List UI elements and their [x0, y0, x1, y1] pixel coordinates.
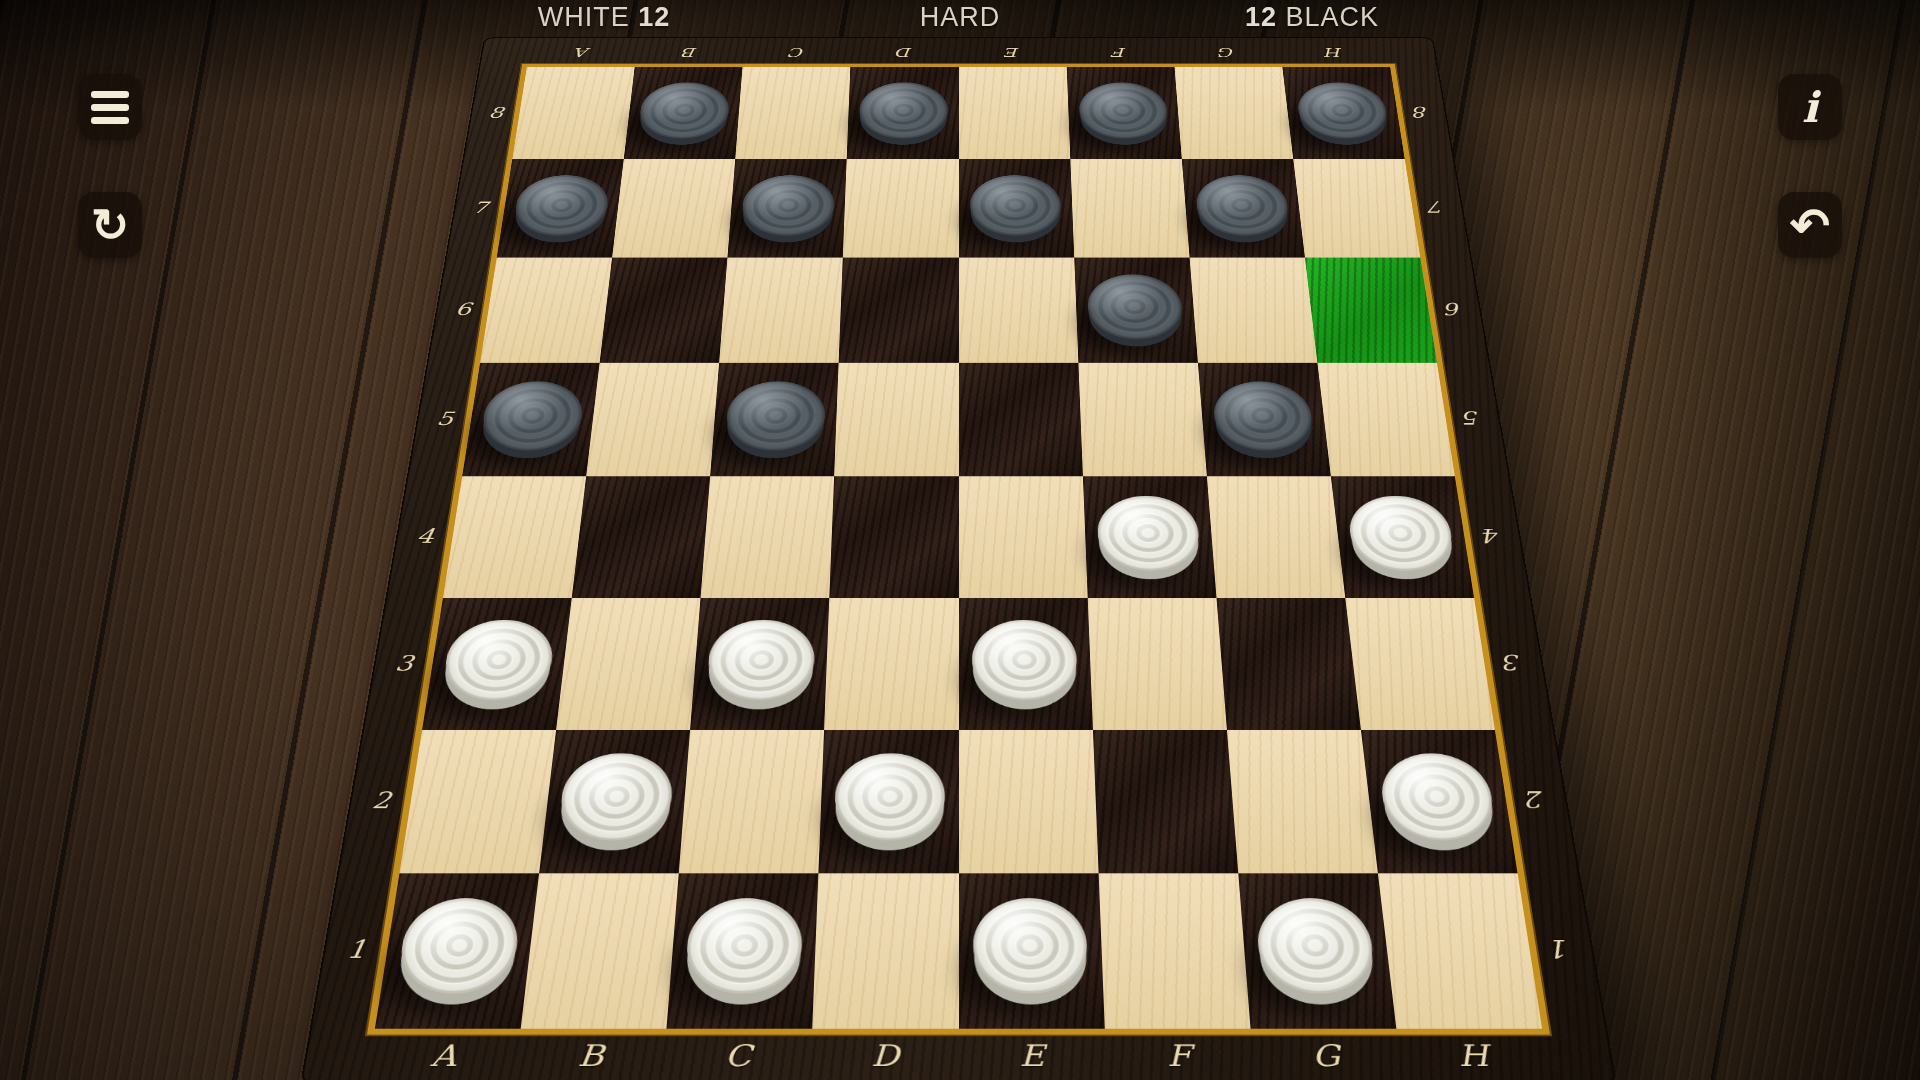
coord-label-E: E [959, 1029, 1107, 1080]
board-shadow: ABCDEFGH ABCDEFGH 87654321 87654321 [0, 0, 1920, 1080]
piece-white-A3[interactable] [440, 620, 556, 701]
piece-black-F8[interactable] [1078, 82, 1169, 138]
square-D5[interactable] [834, 363, 958, 476]
black-label: BLACK [1286, 2, 1380, 32]
piece-white-C1[interactable] [684, 898, 804, 993]
piece-black-G7[interactable] [1194, 175, 1291, 235]
coord-label-A: A [366, 1029, 521, 1080]
restart-button[interactable]: ↻ [78, 192, 142, 258]
info-button[interactable]: i [1778, 74, 1842, 140]
checkers-board: ABCDEFGH ABCDEFGH 87654321 87654321 [300, 37, 1617, 1080]
piece-white-C3[interactable] [706, 620, 816, 701]
square-G7[interactable] [1182, 159, 1305, 257]
file-labels-bottom: ABCDEFGH [366, 1029, 1550, 1080]
square-F4[interactable] [1083, 476, 1217, 598]
difficulty-label: HARD [920, 2, 1001, 33]
square-D4[interactable] [830, 476, 959, 598]
square-G6[interactable] [1189, 257, 1317, 362]
square-H2[interactable] [1361, 730, 1518, 873]
square-H6[interactable] [1305, 257, 1437, 362]
square-B7[interactable] [612, 159, 735, 257]
coord-label-C: C [743, 38, 852, 67]
file-labels-top: ABCDEFGH [527, 38, 1390, 67]
square-A8[interactable] [512, 67, 634, 159]
square-D6[interactable] [839, 257, 959, 362]
square-H1[interactable] [1378, 873, 1542, 1029]
piece-black-C5[interactable] [725, 381, 826, 450]
piece-black-E7[interactable] [970, 175, 1062, 235]
square-E4[interactable] [959, 476, 1088, 598]
piece-white-E1[interactable] [973, 898, 1089, 993]
restart-icon: ↻ [91, 198, 130, 252]
piece-white-D2[interactable] [834, 753, 945, 840]
square-B1[interactable] [521, 873, 679, 1029]
square-A4[interactable] [443, 476, 586, 598]
square-G2[interactable] [1227, 730, 1378, 873]
white-label: WHITE [538, 2, 630, 32]
piece-black-F6[interactable] [1086, 275, 1184, 339]
square-A6[interactable] [480, 257, 612, 362]
piece-white-B2[interactable] [557, 753, 675, 840]
coord-label-C: C [662, 1029, 812, 1080]
square-D1[interactable] [813, 873, 959, 1029]
square-G8[interactable] [1174, 67, 1293, 159]
coord-label-H: H [1396, 1029, 1551, 1080]
square-G5[interactable] [1198, 363, 1331, 476]
undo-icon: ↶ [1790, 197, 1830, 253]
square-C5[interactable] [710, 363, 839, 476]
square-F7[interactable] [1070, 159, 1189, 257]
piece-white-E3[interactable] [971, 620, 1078, 701]
black-count: 12 [1245, 2, 1277, 32]
square-C3[interactable] [690, 598, 829, 730]
square-H3[interactable] [1345, 598, 1495, 730]
piece-white-G1[interactable] [1254, 898, 1378, 993]
square-E6[interactable] [959, 257, 1079, 362]
square-C7[interactable] [728, 159, 847, 257]
square-D8[interactable] [847, 67, 959, 159]
square-F8[interactable] [1066, 67, 1181, 159]
piece-white-F4[interactable] [1096, 496, 1201, 571]
square-B2[interactable] [539, 730, 690, 873]
piece-white-A1[interactable] [395, 898, 522, 993]
square-D2[interactable] [819, 730, 959, 873]
square-B8[interactable] [624, 67, 743, 159]
coord-label-G: G [1250, 1029, 1402, 1080]
info-icon: i [1802, 83, 1818, 132]
square-A1[interactable] [375, 873, 539, 1029]
square-C2[interactable] [679, 730, 824, 873]
piece-black-B8[interactable] [637, 82, 730, 138]
coord-label-D: D [810, 1029, 958, 1080]
square-B3[interactable] [556, 598, 701, 730]
coord-label-A: A [527, 38, 638, 67]
piece-black-G5[interactable] [1211, 381, 1315, 450]
piece-white-H2[interactable] [1377, 753, 1498, 840]
board-grid [375, 67, 1542, 1028]
piece-black-H8[interactable] [1295, 82, 1390, 138]
square-F6[interactable] [1074, 257, 1198, 362]
square-F1[interactable] [1098, 873, 1250, 1029]
piece-black-D8[interactable] [859, 82, 948, 138]
square-B4[interactable] [572, 476, 711, 598]
square-H7[interactable] [1293, 159, 1420, 257]
coord-label-D: D [851, 38, 959, 67]
undo-button[interactable]: ↶ [1778, 192, 1842, 258]
square-H4[interactable] [1331, 476, 1474, 598]
piece-white-H4[interactable] [1346, 496, 1457, 571]
square-A5[interactable] [462, 363, 599, 476]
square-A2[interactable] [399, 730, 556, 873]
piece-black-A7[interactable] [512, 175, 611, 235]
square-E5[interactable] [959, 363, 1083, 476]
coord-label-B: B [635, 38, 745, 67]
coord-label-F: F [1065, 38, 1174, 67]
piece-black-C7[interactable] [741, 175, 835, 235]
square-G4[interactable] [1207, 476, 1346, 598]
white-score: WHITE 12 [538, 2, 671, 33]
square-A7[interactable] [497, 159, 624, 257]
square-G1[interactable] [1238, 873, 1396, 1029]
coord-label-B: B [514, 1029, 666, 1080]
square-G3[interactable] [1216, 598, 1361, 730]
piece-black-A5[interactable] [479, 381, 586, 450]
square-E8[interactable] [959, 67, 1071, 159]
square-H8[interactable] [1282, 67, 1404, 159]
square-D3[interactable] [824, 598, 958, 730]
square-E7[interactable] [959, 159, 1074, 257]
square-E2[interactable] [959, 730, 1099, 873]
square-C1[interactable] [667, 873, 819, 1029]
black-score: 12 BLACK [1245, 2, 1379, 33]
coord-label-G: G [1172, 38, 1282, 67]
coord-label-H: H [1279, 38, 1390, 67]
square-C8[interactable] [735, 67, 850, 159]
square-F3[interactable] [1087, 598, 1226, 730]
square-F5[interactable] [1078, 363, 1207, 476]
square-A3[interactable] [422, 598, 572, 730]
square-D7[interactable] [843, 159, 958, 257]
coord-label-F: F [1104, 1029, 1254, 1080]
square-H5[interactable] [1317, 363, 1454, 476]
square-C4[interactable] [701, 476, 835, 598]
square-C6[interactable] [719, 257, 843, 362]
square-B6[interactable] [600, 257, 728, 362]
board-frame: ABCDEFGH ABCDEFGH 87654321 87654321 [300, 37, 1617, 1080]
square-E3[interactable] [959, 598, 1093, 730]
square-E1[interactable] [959, 873, 1105, 1029]
square-F2[interactable] [1093, 730, 1238, 873]
white-count: 12 [638, 2, 670, 32]
coord-label-E: E [959, 38, 1067, 67]
hamburger-icon [91, 91, 129, 98]
game-scene: ABCDEFGH ABCDEFGH 87654321 87654321 WHIT… [0, 0, 1920, 1080]
menu-button[interactable] [78, 74, 142, 140]
square-B5[interactable] [586, 363, 719, 476]
